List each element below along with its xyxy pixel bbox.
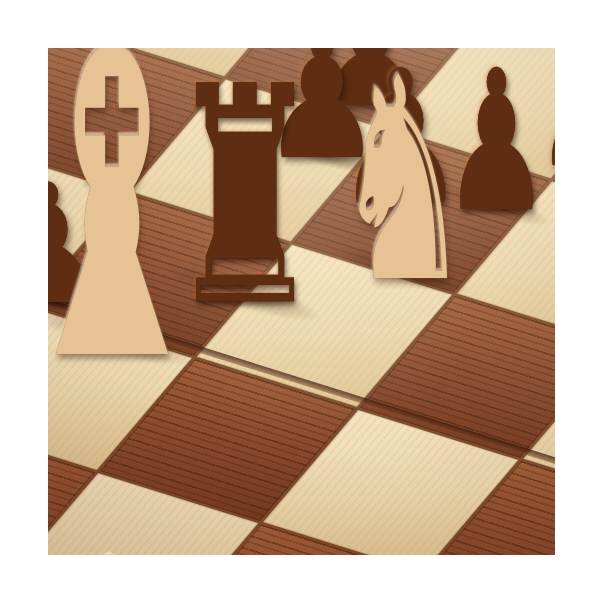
product-photo: ♟♟♟♟♟♟♝♜♞♟ (48, 48, 555, 555)
piece-light-knight[interactable]: ♞ (326, 48, 480, 321)
piece-light-pawn[interactable]: ♟ (63, 535, 157, 555)
piece-dark-rook[interactable]: ♜ (158, 48, 332, 348)
